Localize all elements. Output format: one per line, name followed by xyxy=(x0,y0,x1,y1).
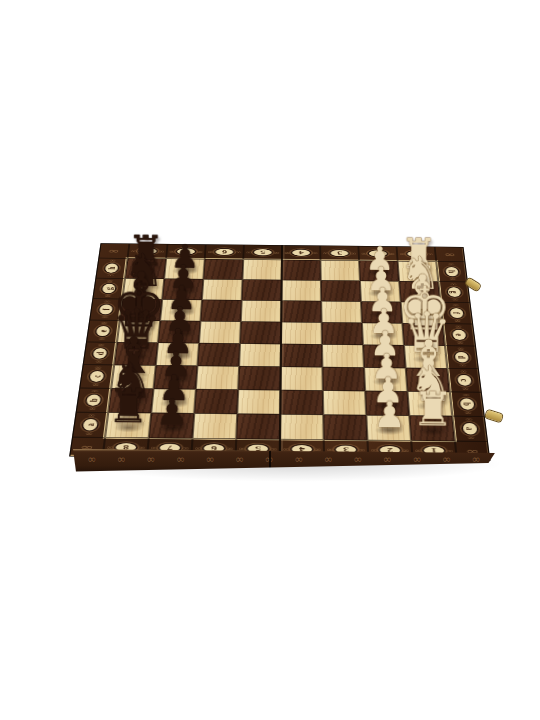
coordinate-medallion: 8 xyxy=(138,248,156,254)
scroll-ornament-icon: ∞ xyxy=(137,445,146,451)
top-label-1: 1∞∞ xyxy=(397,246,437,261)
scroll-ornament-icon: ∞ xyxy=(412,454,421,465)
square-g4[interactable] xyxy=(281,280,321,301)
scroll-ornament-icon: ∞ xyxy=(245,250,252,254)
scroll-ornament-icon: ∞ xyxy=(106,444,115,450)
scroll-ornament-icon: ∞ xyxy=(383,454,392,465)
black-pawn-glyph: ♟ xyxy=(129,393,214,430)
coordinate-medallion: 6 xyxy=(215,249,233,255)
scroll-ornament-icon: ∞ xyxy=(353,454,362,465)
square-a5[interactable] xyxy=(236,414,280,439)
scroll-ornament-icon: ∞ xyxy=(109,259,117,263)
top-coordinate-text: 6 xyxy=(222,249,227,254)
scroll-ornament-icon: ∞ xyxy=(196,249,203,253)
scroll-ornament-icon: ∞ xyxy=(467,435,476,441)
scroll-ornament-icon: ∞ xyxy=(447,262,455,266)
top-label-5: 5∞∞ xyxy=(243,245,282,260)
scroll-ornament-icon: ∞ xyxy=(294,454,303,465)
right-coordinate-text: g xyxy=(449,291,460,294)
scroll-ornament-icon: ∞ xyxy=(451,297,459,302)
left-coordinate-text: h xyxy=(106,267,117,270)
square-c5[interactable] xyxy=(238,366,281,390)
scroll-ornament-icon: ∞ xyxy=(450,282,458,287)
square-d5[interactable] xyxy=(239,344,281,367)
scroll-ornament-icon: ∞ xyxy=(85,431,94,437)
coordinate-medallion: g xyxy=(102,284,116,294)
right-coordinate-text: h xyxy=(447,270,458,273)
scroll-ornament-icon: ∞ xyxy=(322,251,329,255)
left-coordinate-text: g xyxy=(103,287,114,290)
square-e4[interactable] xyxy=(281,322,322,344)
left-label-h: h∞∞ xyxy=(95,258,127,278)
scroll-ornament-icon: ∞ xyxy=(324,454,333,465)
scroll-ornament-icon: ∞ xyxy=(226,446,234,452)
top-coordinate-text: 3 xyxy=(337,250,342,255)
scroll-ornament-icon: ∞ xyxy=(158,249,165,253)
coordinate-medallion: 1 xyxy=(407,251,425,257)
scroll-ornament-icon: ∞ xyxy=(284,250,291,254)
top-coordinate-text: 4 xyxy=(299,250,304,255)
top-label-7: 7∞∞ xyxy=(166,244,206,259)
scroll-ornament-icon: ∞ xyxy=(205,454,214,465)
coordinate-medallion: 2 xyxy=(369,250,387,256)
top-label-2: 2∞∞ xyxy=(358,246,397,261)
square-c4[interactable] xyxy=(281,367,323,391)
coordinate-medallion: 5 xyxy=(254,249,272,255)
scroll-ornament-icon: ∞ xyxy=(388,251,395,255)
coordinate-medallion: 3 xyxy=(331,250,349,256)
scroll-ornament-icon: ∞ xyxy=(238,446,246,452)
scroll-ornament-icon: ∞ xyxy=(235,250,242,254)
product-photo-scene: 8∞∞8∞∞h∞∞h∞∞7∞∞7∞∞g∞∞g∞∞6∞∞6∞∞f∞∞f∞∞5∞∞5… xyxy=(0,0,540,720)
square-f4[interactable] xyxy=(281,301,321,323)
corner-ornament-icon: ∞ xyxy=(435,247,466,262)
scroll-ornament-icon: ∞ xyxy=(194,445,202,451)
scroll-ornament-icon: ∞ xyxy=(350,251,357,255)
scroll-ornament-icon: ∞ xyxy=(449,277,457,282)
scroll-ornament-icon: ∞ xyxy=(130,249,138,253)
carved-pattern: ∞∞∞∞∞∞∞∞∞∞∞∞∞∞ xyxy=(77,453,491,466)
scroll-ornament-icon: ∞ xyxy=(150,445,159,451)
scroll-ornament-icon: ∞ xyxy=(104,294,112,299)
square-b4[interactable] xyxy=(280,390,323,415)
scroll-ornament-icon: ∞ xyxy=(273,250,280,254)
scroll-ornament-icon: ∞ xyxy=(117,454,126,465)
scroll-ornament-icon: ∞ xyxy=(176,454,185,465)
top-coordinate-text: 1 xyxy=(414,251,419,256)
scroll-ornament-icon: ∞ xyxy=(311,251,318,255)
scroll-ornament-icon: ∞ xyxy=(106,279,114,284)
scroll-ornament-icon: ∞ xyxy=(181,445,189,451)
scroll-ornament-icon: ∞ xyxy=(207,250,214,254)
scroll-ornament-icon: ∞ xyxy=(442,454,451,465)
square-a4[interactable] xyxy=(280,414,324,439)
scroll-ornament-icon: ∞ xyxy=(426,252,433,256)
square-f5[interactable] xyxy=(241,300,282,322)
coordinate-medallion: 7 xyxy=(177,248,195,254)
top-coordinate-text: 2 xyxy=(375,251,380,256)
right-label-h: h∞∞ xyxy=(436,262,468,282)
square-b5[interactable] xyxy=(237,390,280,415)
top-coordinate-text: 7 xyxy=(183,249,188,254)
square-h5[interactable] xyxy=(243,260,282,280)
coordinate-medallion: h xyxy=(445,267,458,276)
scroll-ornament-icon: ∞ xyxy=(235,454,244,465)
corner-ornament-icon: ∞ xyxy=(98,243,129,258)
top-label-3: 3∞∞ xyxy=(320,246,359,261)
scroll-ornament-icon: ∞ xyxy=(169,249,176,253)
scroll-ornament-icon: ∞ xyxy=(87,454,96,465)
square-g5[interactable] xyxy=(242,280,282,301)
top-label-4: 4∞∞ xyxy=(282,245,321,260)
coordinate-medallion: h xyxy=(105,263,119,272)
white-rook-glyph: ♜ xyxy=(390,385,475,433)
scroll-ornament-icon: ∞ xyxy=(107,273,115,278)
square-h4[interactable] xyxy=(282,260,321,280)
coordinate-medallion: g xyxy=(448,287,462,297)
square-d4[interactable] xyxy=(281,344,323,367)
scroll-ornament-icon: ∞ xyxy=(360,251,367,255)
top-label-8: 8∞∞ xyxy=(128,244,168,259)
board-surface: 8∞∞8∞∞h∞∞h∞∞7∞∞7∞∞g∞∞g∞∞6∞∞6∞∞f∞∞f∞∞5∞∞5… xyxy=(69,243,490,461)
top-coordinate-text: 8 xyxy=(145,248,150,253)
brass-clasp-bottom xyxy=(485,410,503,423)
chess-board: 8∞∞8∞∞h∞∞h∞∞7∞∞7∞∞g∞∞g∞∞6∞∞6∞∞f∞∞f∞∞5∞∞5… xyxy=(84,147,478,541)
coordinate-medallion: 4 xyxy=(292,250,310,256)
top-label-6: 6∞∞ xyxy=(205,244,244,259)
scroll-ornament-icon: ∞ xyxy=(399,252,406,256)
square-e5[interactable] xyxy=(240,322,281,344)
left-label-g: g∞∞ xyxy=(92,278,125,299)
top-coordinate-text: 5 xyxy=(260,250,265,255)
scroll-ornament-icon: ∞ xyxy=(146,454,155,465)
